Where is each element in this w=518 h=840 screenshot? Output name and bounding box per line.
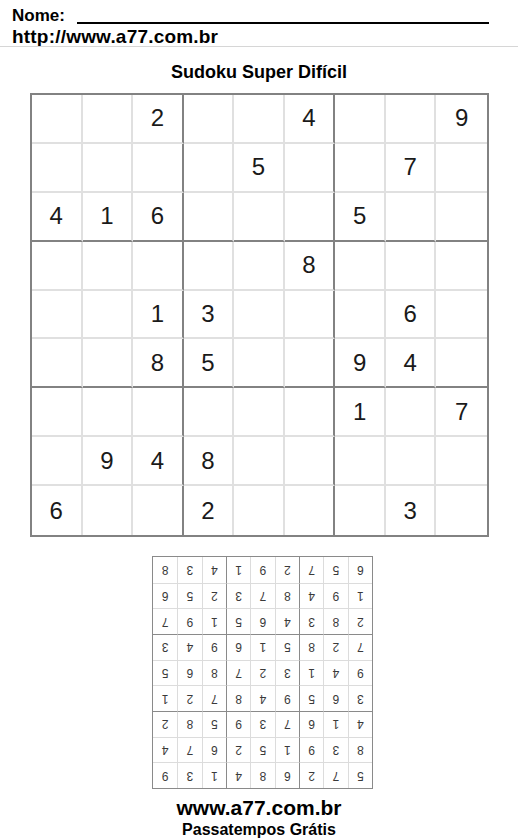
puzzle-cell-r8c8 [386,437,437,486]
solution-cell-r8c4: 8 [275,583,299,609]
puzzle-cell-r6c7: 9 [335,339,386,388]
solution-cell-r1c8: 3 [177,762,201,788]
puzzle-cell-r1c4 [184,95,235,144]
solution-cell-r8c8: 5 [177,583,201,609]
puzzle-cell-r5c6 [285,291,336,340]
puzzle-cell-r6c9 [436,339,487,388]
solution-cell-r5c8: 6 [177,660,201,686]
solution-cell-r3c2: 1 [323,711,347,737]
puzzle-cell-r3c1: 4 [32,193,83,242]
solution-cell-r3c5: 3 [250,711,274,737]
solution-cell-r4c8: 2 [177,685,201,711]
puzzle-cell-r7c3 [133,388,184,437]
solution-cell-r2c2: 3 [323,737,347,763]
puzzle-cell-r8c4: 8 [184,437,235,486]
puzzle-cell-r3c3: 6 [133,193,184,242]
solution-cell-r6c2: 2 [323,634,347,660]
puzzle-cell-r9c8: 3 [386,486,437,535]
puzzle-cell-r1c3: 2 [133,95,184,144]
puzzle-cell-r6c2 [83,339,134,388]
puzzle-cell-r6c1 [32,339,83,388]
solution-cell-r4c9: 1 [153,685,177,711]
solution-cell-r1c4: 6 [275,762,299,788]
solution-cell-r3c8: 8 [177,711,201,737]
puzzle-cell-r6c3: 8 [133,339,184,388]
solution-cell-r6c3: 8 [299,634,323,660]
puzzle-cell-r8c9 [436,437,487,486]
puzzle-cell-r5c8: 6 [386,291,437,340]
solution-cell-r1c6: 4 [226,762,250,788]
puzzle-cell-r4c1 [32,242,83,291]
puzzle-cell-r3c2: 1 [83,193,134,242]
puzzle-cell-r9c9 [436,486,487,535]
solution-cell-r4c4: 9 [275,685,299,711]
puzzle-cell-r4c9 [436,242,487,291]
solution-cell-r2c3: 9 [299,737,323,763]
solution-cell-r4c7: 7 [202,685,226,711]
solution-cell-r1c1: 5 [348,762,372,788]
solution-cell-r5c6: 7 [226,660,250,686]
puzzle-cell-r4c2 [83,242,134,291]
puzzle-cell-r3c4 [184,193,235,242]
puzzle-cell-r5c3: 1 [133,291,184,340]
solution-cell-r7c5: 6 [250,608,274,634]
footer-site: www.a77.com.br [0,796,518,820]
solution-cell-r5c9: 5 [153,660,177,686]
puzzle-cell-r2c1 [32,144,83,193]
solution-cell-r8c5: 7 [250,583,274,609]
solution-cell-r1c3: 2 [299,762,323,788]
solution-cell-r7c1: 2 [348,608,372,634]
puzzle-cell-r6c8: 4 [386,339,437,388]
solution-cell-r7c6: 5 [226,608,250,634]
solution-cell-r2c9: 4 [153,737,177,763]
puzzle-cell-r5c2 [83,291,134,340]
solution-cell-r6c9: 3 [153,634,177,660]
puzzle-cell-r8c1 [32,437,83,486]
solution-cell-r5c1: 9 [348,660,372,686]
site-url: http://www.a77.com.br [12,26,218,48]
puzzle-cell-r9c6 [285,486,336,535]
solution-cell-r6c6: 6 [226,634,250,660]
puzzle-cell-r9c3 [133,486,184,535]
name-label: Nome: [12,6,65,26]
puzzle-cell-r1c6: 4 [285,95,336,144]
solution-cell-r7c7: 1 [202,608,226,634]
puzzle-cell-r5c7 [335,291,386,340]
solution-cell-r5c3: 1 [299,660,323,686]
solution-cell-r2c5: 5 [250,737,274,763]
solution-cell-r4c2: 6 [323,685,347,711]
footer-tagline: Passatempos Grátis [0,821,518,839]
puzzle-cell-r9c5 [234,486,285,535]
solution-cell-r6c5: 1 [250,634,274,660]
puzzle-cell-r2c6 [285,144,336,193]
solution-cell-r2c6: 2 [226,737,250,763]
solution-cell-r9c7: 4 [202,557,226,583]
solution-cell-r9c3: 7 [299,557,323,583]
puzzle-cell-r1c9: 9 [436,95,487,144]
puzzle-cell-r9c1: 6 [32,486,83,535]
puzzle-cell-r2c8: 7 [386,144,437,193]
puzzle-cell-r4c4 [184,242,235,291]
page-title: Sudoku Super Difícil [0,62,518,83]
puzzle-cell-r2c5: 5 [234,144,285,193]
solution-cell-r7c8: 9 [177,608,201,634]
solution-cell-r2c4: 1 [275,737,299,763]
solution-cell-r5c4: 3 [275,660,299,686]
puzzle-cell-r9c2 [83,486,134,535]
solution-cell-r8c2: 9 [323,583,347,609]
puzzle-cell-r3c5 [234,193,285,242]
solution-cell-r5c5: 2 [250,660,274,686]
solution-cell-r9c8: 3 [177,557,201,583]
solution-cell-r9c5: 9 [250,557,274,583]
puzzle-cell-r6c6 [285,339,336,388]
puzzle-cell-r7c5 [234,388,285,437]
solution-cell-r8c6: 3 [226,583,250,609]
puzzle-cell-r4c6: 8 [285,242,336,291]
solution-cell-r3c7: 5 [202,711,226,737]
puzzle-cell-r1c7 [335,95,386,144]
solution-cell-r4c5: 4 [250,685,274,711]
puzzle-cell-r8c2: 9 [83,437,134,486]
solution-cell-r4c6: 8 [226,685,250,711]
solution-cell-r7c3: 3 [299,608,323,634]
solution-cell-r8c3: 4 [299,583,323,609]
solution-cell-r9c1: 6 [348,557,372,583]
solution-cell-r8c9: 6 [153,583,177,609]
puzzle-cell-r3c9 [436,193,487,242]
solution-cell-r3c4: 7 [275,711,299,737]
puzzle-cell-r4c5 [234,242,285,291]
puzzle-cell-r4c7 [335,242,386,291]
solution-cell-r2c1: 8 [348,737,372,763]
sudoku-puzzle-grid: 2495741658136859417948623 [30,93,489,537]
solution-cell-r5c7: 8 [202,660,226,686]
puzzle-cell-r7c9: 7 [436,388,487,437]
puzzle-cell-r5c9 [436,291,487,340]
name-writing-line [77,4,489,24]
puzzle-cell-r2c2 [83,144,134,193]
solution-cell-r4c1: 3 [348,685,372,711]
puzzle-cell-r5c4: 3 [184,291,235,340]
puzzle-cell-r7c2 [83,388,134,437]
puzzle-cell-r1c5 [234,95,285,144]
solution-cell-r3c9: 2 [153,711,177,737]
solution-cell-r6c4: 5 [275,634,299,660]
solution-cell-r1c2: 7 [323,762,347,788]
puzzle-cell-r7c6 [285,388,336,437]
puzzle-cell-r1c1 [32,95,83,144]
puzzle-cell-r5c5 [234,291,285,340]
sudoku-solution-grid-rotated: 5726841398391526744167395823659487219413… [152,556,373,789]
puzzle-cell-r9c7 [335,486,386,535]
puzzle-cell-r6c4: 5 [184,339,235,388]
puzzle-cell-r2c7 [335,144,386,193]
solution-cell-r6c8: 4 [177,634,201,660]
solution-cell-r9c6: 1 [226,557,250,583]
puzzle-cell-r7c8 [386,388,437,437]
solution-cell-r1c9: 9 [153,762,177,788]
solution-cell-r1c7: 1 [202,762,226,788]
puzzle-cell-r8c5 [234,437,285,486]
puzzle-cell-r4c3 [133,242,184,291]
solution-cell-r3c6: 9 [226,711,250,737]
solution-cell-r4c3: 5 [299,685,323,711]
puzzle-cell-r2c3 [133,144,184,193]
puzzle-cell-r3c8 [386,193,437,242]
solution-cell-r7c4: 4 [275,608,299,634]
solution-cell-r9c2: 5 [323,557,347,583]
puzzle-cell-r8c7 [335,437,386,486]
solution-cell-r9c9: 8 [153,557,177,583]
puzzle-cell-r1c8 [386,95,437,144]
solution-cell-r2c7: 6 [202,737,226,763]
puzzle-cell-r7c1 [32,388,83,437]
puzzle-cell-r7c4 [184,388,235,437]
header-divider [0,46,518,47]
puzzle-cell-r6c5 [234,339,285,388]
puzzle-cell-r8c3: 4 [133,437,184,486]
puzzle-cell-r8c6 [285,437,336,486]
solution-cell-r7c2: 8 [323,608,347,634]
solution-cell-r5c2: 4 [323,660,347,686]
solution-cell-r8c1: 1 [348,583,372,609]
solution-cell-r9c4: 2 [275,557,299,583]
solution-cell-r2c8: 7 [177,737,201,763]
puzzle-cell-r5c1 [32,291,83,340]
puzzle-cell-r2c4 [184,144,235,193]
solution-cell-r6c1: 7 [348,634,372,660]
solution-cell-r3c1: 4 [348,711,372,737]
solution-cell-r8c7: 2 [202,583,226,609]
puzzle-cell-r1c2 [83,95,134,144]
solution-cell-r1c5: 8 [250,762,274,788]
puzzle-cell-r9c4: 2 [184,486,235,535]
puzzle-cell-r3c7: 5 [335,193,386,242]
puzzle-cell-r3c6 [285,193,336,242]
puzzle-cell-r7c7: 1 [335,388,386,437]
puzzle-cell-r4c8 [386,242,437,291]
solution-cell-r6c7: 9 [202,634,226,660]
puzzle-cell-r2c9 [436,144,487,193]
solution-cell-r7c9: 7 [153,608,177,634]
solution-cell-r3c3: 6 [299,711,323,737]
